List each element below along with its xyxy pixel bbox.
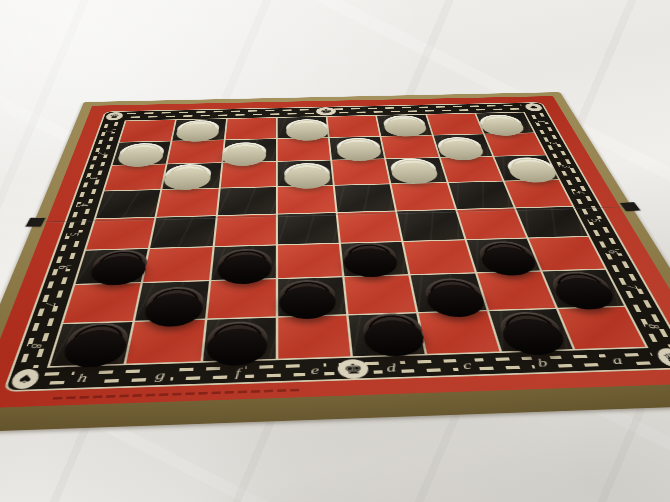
square-d1[interactable] [327,116,379,137]
square-b4[interactable] [448,181,513,209]
checker-white[interactable] [285,163,332,185]
square-e7[interactable] [278,277,346,316]
square-e4[interactable] [278,186,336,214]
photo-scene: hgfedcba 12345678 12345678 ♛ ♠ ♠ ♛ ♚ ♚ [0,0,670,502]
checker-black[interactable] [280,279,337,312]
square-f6[interactable] [211,245,276,280]
checker-white[interactable] [222,142,267,162]
rank-label-4: 4 [573,191,588,194]
square-f2[interactable] [223,139,276,162]
square-h3[interactable] [105,164,166,190]
hinge-tape-right [620,202,640,211]
rank-label-3: 3 [559,165,573,168]
checker-white[interactable] [175,120,220,139]
checker-white[interactable] [163,164,212,186]
square-a6[interactable] [528,237,604,271]
file-label-h: h [70,370,94,385]
square-c7[interactable] [411,274,486,312]
square-b1[interactable] [427,114,483,135]
square-h8[interactable] [50,322,133,366]
checker-white[interactable] [435,137,485,157]
square-e8[interactable] [278,315,351,358]
file-label-slot: h [41,369,123,386]
checker-white[interactable] [389,158,439,180]
file-label-c: c [456,358,478,373]
square-f1[interactable] [225,118,276,139]
square-e2[interactable] [278,138,331,161]
rank-label-4: 4 [77,203,92,206]
rank-label-2: 2 [547,142,560,145]
spade-emblem-top-right: ♠ [524,103,544,111]
square-a5[interactable] [516,207,588,237]
square-c4[interactable] [392,183,455,211]
checker-black[interactable] [61,322,130,360]
square-f5[interactable] [214,215,275,246]
rank-label-6: 6 [55,265,72,269]
square-h4[interactable] [96,190,161,218]
square-b7[interactable] [477,272,555,310]
rank-label-2: 2 [95,152,108,155]
checker-white[interactable] [477,114,526,132]
rank-label-1: 1 [535,120,548,122]
square-g7[interactable] [135,281,208,320]
file-label-d: d [380,360,402,375]
square-e1[interactable] [277,117,327,138]
square-g1[interactable] [173,119,226,141]
file-label-e: e [305,363,324,378]
rank-label-1: 1 [103,130,116,132]
square-e3[interactable] [278,161,333,186]
square-e5[interactable] [278,213,339,244]
square-c1[interactable] [377,115,431,136]
square-h2[interactable] [113,141,171,165]
square-a2[interactable] [485,133,546,156]
square-d2[interactable] [330,137,385,160]
file-label-b: b [530,355,554,370]
rank-label-3: 3 [87,176,101,179]
rank-label-5: 5 [67,233,83,237]
square-d5[interactable] [338,211,402,242]
file-label-slot: f [198,364,276,381]
square-g5[interactable] [150,216,215,247]
square-h5[interactable] [86,218,154,250]
square-d3[interactable] [332,159,389,184]
square-b2[interactable] [433,134,492,157]
square-h6[interactable] [76,249,149,284]
square-g6[interactable] [143,247,212,282]
checker-white[interactable] [336,138,382,158]
square-c3[interactable] [386,158,446,183]
checker-black[interactable] [89,250,150,280]
hinge-tape-left [26,218,46,227]
rank-label-8: 8 [644,324,663,329]
checker-black[interactable] [476,241,538,270]
rank-label-5: 5 [588,219,604,222]
file-label-g: g [149,368,171,383]
square-f4[interactable] [217,187,275,215]
square-c6[interactable] [404,240,474,274]
square-h7[interactable] [64,283,141,322]
checker-black[interactable] [496,311,567,348]
square-d4[interactable] [335,184,395,212]
rank-label-7: 7 [42,302,60,306]
square-g2[interactable] [168,140,224,163]
file-label-slot: c [428,357,507,374]
square-f8[interactable] [202,317,275,361]
checker-black[interactable] [548,271,617,303]
square-b6[interactable] [466,238,539,272]
square-d7[interactable] [345,275,417,313]
square-f7[interactable] [207,279,276,318]
rank-label-8: 8 [27,343,46,348]
file-label-a: a [604,353,630,368]
checker-white[interactable] [382,115,427,133]
checker-black[interactable] [361,313,425,350]
square-a4[interactable] [504,180,572,207]
square-c2[interactable] [382,135,439,158]
square-d8[interactable] [349,313,425,356]
file-label-slot: g [120,367,200,384]
illegible-imprint-text [53,389,303,400]
checker-black[interactable] [422,278,486,311]
file-label-slot: a [577,352,658,369]
checkers-board: hgfedcba 12345678 12345678 ♛ ♠ ♠ ♛ ♚ ♚ [0,92,670,433]
square-a3[interactable] [494,155,558,180]
rank-label-6: 6 [605,250,622,254]
spade-emblem-bottom-left: ♠ [9,369,42,390]
square-d6[interactable] [341,242,408,276]
checker-black[interactable] [206,321,268,359]
square-h1[interactable] [120,120,175,142]
square-g4[interactable] [157,188,218,216]
square-b5[interactable] [457,208,526,239]
checker-white[interactable] [286,119,329,137]
square-b3[interactable] [440,157,502,182]
rank-label-7: 7 [624,285,642,289]
crown-emblem-top-left: ♛ [105,112,124,121]
checker-black[interactable] [143,286,205,320]
checker-black[interactable] [342,242,398,271]
checker-black[interactable] [217,249,272,279]
square-c5[interactable] [397,210,463,241]
file-label-slot: b [502,354,582,371]
checker-white[interactable] [504,157,558,179]
square-a1[interactable] [476,112,534,133]
square-c8[interactable] [419,311,499,354]
file-label-f: f [230,365,246,380]
square-e6[interactable] [278,243,342,277]
square-g3[interactable] [163,163,221,189]
checker-white[interactable] [116,143,165,163]
